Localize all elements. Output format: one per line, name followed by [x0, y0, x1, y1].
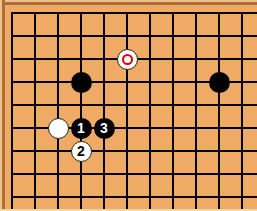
stones-grid: 123 [1, 2, 254, 209]
image-bottom-strip [0, 209, 257, 211]
black-stone[interactable] [209, 72, 230, 93]
white-stone[interactable]: 2 [71, 141, 92, 162]
black-stone[interactable]: 1 [71, 118, 92, 139]
move-number-label: 2 [77, 144, 85, 158]
black-stone[interactable] [71, 72, 92, 93]
last-move-circle-marker [122, 54, 133, 65]
move-number-label: 3 [100, 121, 108, 135]
move-number-label: 1 [77, 121, 85, 135]
black-stone[interactable]: 3 [94, 118, 115, 139]
go-board[interactable]: 123 [0, 0, 257, 211]
white-stone[interactable] [48, 118, 69, 139]
white-stone[interactable] [117, 49, 138, 70]
